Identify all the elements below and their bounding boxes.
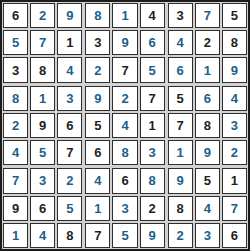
cell-r8c9[interactable]: 7 — [222, 196, 247, 221]
cell-r8c7[interactable]: 8 — [168, 196, 193, 221]
cell-r9c7[interactable]: 2 — [168, 223, 193, 248]
cell-r1c6[interactable]: 4 — [140, 3, 165, 28]
cell-r3c3[interactable]: 4 — [57, 57, 82, 82]
cell-r6c5[interactable]: 8 — [112, 140, 137, 165]
cell-r4c5[interactable]: 2 — [112, 86, 137, 111]
cell-r6c4[interactable]: 6 — [85, 140, 110, 165]
cell-r8c8[interactable]: 4 — [195, 196, 220, 221]
cell-r6c7[interactable]: 1 — [168, 140, 193, 165]
cell-r7c7[interactable]: 9 — [168, 168, 193, 193]
cell-r4c7[interactable]: 5 — [168, 86, 193, 111]
box-3-3: 951847236 — [168, 168, 247, 248]
cell-r6c3[interactable]: 7 — [57, 140, 82, 165]
cell-r7c2[interactable]: 3 — [30, 168, 55, 193]
box-2-3: 564783192 — [168, 86, 247, 166]
cell-r8c3[interactable]: 5 — [57, 196, 82, 221]
cell-r3c6[interactable]: 5 — [140, 57, 165, 82]
cell-r7c6[interactable]: 8 — [140, 168, 165, 193]
cell-r5c4[interactable]: 5 — [85, 113, 110, 138]
cell-r8c2[interactable]: 6 — [30, 196, 55, 221]
cell-r4c3[interactable]: 3 — [57, 86, 82, 111]
cell-r8c4[interactable]: 1 — [85, 196, 110, 221]
cell-r2c3[interactable]: 1 — [57, 30, 82, 55]
box-2-2: 927541683 — [85, 86, 164, 166]
cell-r5c5[interactable]: 4 — [112, 113, 137, 138]
cell-r7c4[interactable]: 4 — [85, 168, 110, 193]
cell-r3c1[interactable]: 3 — [3, 57, 28, 82]
cell-r7c8[interactable]: 5 — [195, 168, 220, 193]
cell-r9c9[interactable]: 6 — [222, 223, 247, 248]
cell-r1c5[interactable]: 1 — [112, 3, 137, 28]
box-1-2: 814396275 — [85, 3, 164, 83]
cell-r2c5[interactable]: 9 — [112, 30, 137, 55]
cell-r5c6[interactable]: 1 — [140, 113, 165, 138]
cell-r2c8[interactable]: 2 — [195, 30, 220, 55]
cell-r8c5[interactable]: 3 — [112, 196, 137, 221]
cell-r9c4[interactable]: 7 — [85, 223, 110, 248]
cell-r2c1[interactable]: 5 — [3, 30, 28, 55]
cell-r9c3[interactable]: 8 — [57, 223, 82, 248]
cell-r4c9[interactable]: 4 — [222, 86, 247, 111]
cell-r2c2[interactable]: 7 — [30, 30, 55, 55]
cell-r3c9[interactable]: 9 — [222, 57, 247, 82]
cell-r9c5[interactable]: 5 — [112, 223, 137, 248]
cell-r2c9[interactable]: 8 — [222, 30, 247, 55]
cell-r9c1[interactable]: 1 — [3, 223, 28, 248]
cell-r4c2[interactable]: 1 — [30, 86, 55, 111]
cell-r3c8[interactable]: 1 — [195, 57, 220, 82]
cell-r6c6[interactable]: 3 — [140, 140, 165, 165]
cell-r4c4[interactable]: 9 — [85, 86, 110, 111]
cell-r3c4[interactable]: 2 — [85, 57, 110, 82]
cell-r1c4[interactable]: 8 — [85, 3, 110, 28]
cell-r9c2[interactable]: 4 — [30, 223, 55, 248]
cell-r8c1[interactable]: 9 — [3, 196, 28, 221]
cell-r6c8[interactable]: 9 — [195, 140, 220, 165]
cell-r2c4[interactable]: 3 — [85, 30, 110, 55]
box-3-1: 732965148 — [3, 168, 82, 248]
box-1-3: 375428619 — [168, 3, 247, 83]
cell-r1c3[interactable]: 9 — [57, 3, 82, 28]
cell-r9c6[interactable]: 9 — [140, 223, 165, 248]
cell-r7c1[interactable]: 7 — [3, 168, 28, 193]
cell-r6c1[interactable]: 4 — [3, 140, 28, 165]
cell-r2c7[interactable]: 4 — [168, 30, 193, 55]
cell-r1c2[interactable]: 2 — [30, 3, 55, 28]
cell-r3c2[interactable]: 8 — [30, 57, 55, 82]
cell-r5c9[interactable]: 3 — [222, 113, 247, 138]
cell-r1c8[interactable]: 7 — [195, 3, 220, 28]
sudoku-board: 6295713848143962753754286198132964579275… — [0, 0, 250, 251]
cell-r3c5[interactable]: 7 — [112, 57, 137, 82]
cell-r5c2[interactable]: 9 — [30, 113, 55, 138]
cell-r3c7[interactable]: 6 — [168, 57, 193, 82]
cell-r6c2[interactable]: 5 — [30, 140, 55, 165]
cell-r4c6[interactable]: 7 — [140, 86, 165, 111]
cell-r4c1[interactable]: 8 — [3, 86, 28, 111]
cell-r7c9[interactable]: 1 — [222, 168, 247, 193]
cell-r1c7[interactable]: 3 — [168, 3, 193, 28]
cell-r9c8[interactable]: 3 — [195, 223, 220, 248]
box-2-1: 813296457 — [3, 86, 82, 166]
cell-r4c8[interactable]: 6 — [195, 86, 220, 111]
cell-r6c9[interactable]: 2 — [222, 140, 247, 165]
box-1-1: 629571384 — [3, 3, 82, 83]
box-3-2: 468132759 — [85, 168, 164, 248]
cell-r5c8[interactable]: 8 — [195, 113, 220, 138]
cell-r8c6[interactable]: 2 — [140, 196, 165, 221]
cell-r7c5[interactable]: 6 — [112, 168, 137, 193]
cell-r1c1[interactable]: 6 — [3, 3, 28, 28]
cell-r1c9[interactable]: 5 — [222, 3, 247, 28]
cell-r5c3[interactable]: 6 — [57, 113, 82, 138]
cell-r5c7[interactable]: 7 — [168, 113, 193, 138]
cell-r5c1[interactable]: 2 — [3, 113, 28, 138]
cell-r2c6[interactable]: 6 — [140, 30, 165, 55]
cell-r7c3[interactable]: 2 — [57, 168, 82, 193]
